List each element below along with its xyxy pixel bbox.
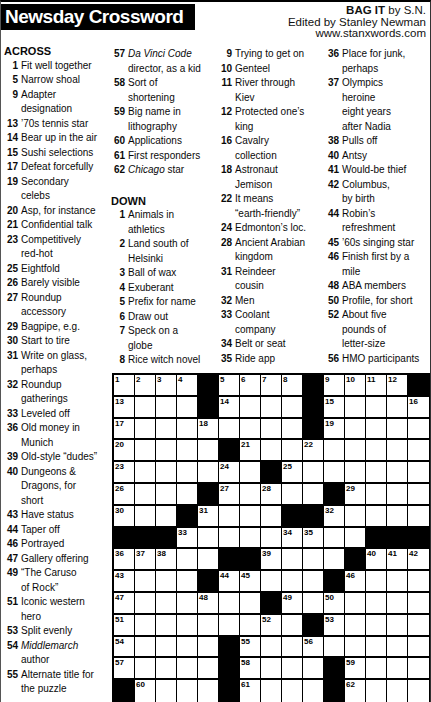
clue-number: 16 [218, 134, 232, 149]
cell-r9c2[interactable]: 37 [135, 549, 156, 571]
black-cell-r9c12 [345, 549, 366, 571]
cell-r6c12[interactable]: 29 [345, 484, 366, 506]
cell-r11c13[interactable] [366, 593, 387, 615]
cell-r7c11[interactable]: 32 [324, 506, 345, 528]
black-cell-r8c2 [135, 528, 156, 550]
cell-r5c4[interactable] [177, 462, 198, 484]
cell-r15c8[interactable] [261, 680, 282, 702]
cell-r4c8[interactable] [261, 440, 282, 462]
clue-number: 36 [4, 421, 18, 436]
cell-r14c12[interactable]: 59 [345, 658, 366, 680]
cell-r5c9[interactable]: 25 [282, 462, 303, 484]
cell-r10c3[interactable] [156, 571, 177, 593]
clue-across-54: 54Middlemarch author [4, 639, 106, 668]
cell-r6c7[interactable] [240, 484, 261, 506]
cell-r7c5[interactable]: 31 [198, 506, 219, 528]
black-cell-r9c7 [240, 549, 261, 571]
clue-across-58: 58Sort of shortening [111, 76, 214, 105]
cell-r3c1[interactable]: 17 [114, 419, 135, 441]
cell-r2c2[interactable] [135, 397, 156, 419]
cell-r8c9[interactable]: 34 [282, 528, 303, 550]
clue-across-60: 60Applications [111, 134, 214, 149]
cell-r2c15[interactable]: 16 [408, 397, 429, 419]
cell-r11c5[interactable]: 48 [198, 593, 219, 615]
cell-r4c15[interactable] [408, 440, 429, 462]
clue-number: 8 [111, 353, 125, 368]
cell-r7c14[interactable] [387, 506, 408, 528]
clue-number: 40 [325, 149, 339, 164]
cell-r12c8[interactable]: 52 [261, 615, 282, 637]
cell-r3c4[interactable] [177, 419, 198, 441]
cell-number: 46 [346, 571, 355, 580]
cell-number: 10 [346, 375, 355, 384]
clue-down-11: 11River through Kiev [218, 76, 322, 105]
cell-number: 8 [283, 375, 287, 384]
cell-r4c7[interactable]: 21 [240, 440, 261, 462]
cell-r8c4[interactable]: 33 [177, 528, 198, 550]
cell-r13c14[interactable] [387, 637, 408, 659]
cell-r8c12[interactable] [345, 528, 366, 550]
cell-r8c10[interactable]: 35 [303, 528, 324, 550]
clue-number: 4 [111, 281, 125, 296]
clue-down-42: 42Columbus, by birth [325, 178, 427, 207]
black-cell-r10c5 [198, 571, 219, 593]
cell-r13c10[interactable]: 56 [303, 637, 324, 659]
cell-r8c11[interactable] [324, 528, 345, 550]
clue-down-3: 3Ball of wax [111, 266, 214, 281]
cell-r6c15[interactable] [408, 484, 429, 506]
cell-r11c11[interactable]: 50 [324, 593, 345, 615]
clue-down-4: 4Exuberant [111, 281, 214, 296]
cell-r6c4[interactable] [177, 484, 198, 506]
cell-number: 50 [325, 593, 334, 602]
cell-r13c9[interactable] [282, 637, 303, 659]
cell-r6c10[interactable] [303, 484, 324, 506]
cell-r11c9[interactable]: 49 [282, 593, 303, 615]
cell-r13c12[interactable] [345, 637, 366, 659]
cell-r15c10[interactable] [303, 680, 324, 702]
cell-r14c9[interactable] [282, 658, 303, 680]
cell-r11c7[interactable] [240, 593, 261, 615]
black-cell-r9c6 [219, 549, 240, 571]
cell-r3c6[interactable] [219, 419, 240, 441]
cell-r3c7[interactable] [240, 419, 261, 441]
cell-number: 61 [241, 680, 250, 689]
cell-r6c6[interactable]: 27 [219, 484, 240, 506]
clue-number: 35 [218, 352, 232, 367]
cell-r3c8[interactable] [261, 419, 282, 441]
clue-number: 45 [325, 236, 339, 251]
cell-r6c3[interactable] [156, 484, 177, 506]
clue-number: 30 [4, 334, 18, 349]
cell-r6c9[interactable] [282, 484, 303, 506]
cell-r14c2[interactable] [135, 658, 156, 680]
cell-number: 30 [115, 506, 124, 515]
cell-r8c8[interactable] [261, 528, 282, 550]
cell-r14c4[interactable] [177, 658, 198, 680]
clue-number: 29 [4, 320, 18, 335]
clue-number: 1 [4, 59, 18, 74]
cell-r1c13[interactable]: 11 [366, 375, 387, 397]
cell-number: 42 [409, 549, 418, 558]
clue-down-22: 22It means “earth-friendly” [218, 192, 322, 221]
cell-number: 52 [262, 615, 271, 624]
cell-number: 3 [157, 375, 161, 384]
cell-r11c6[interactable] [219, 593, 240, 615]
clue-number: 28 [218, 236, 232, 251]
cell-r3c14[interactable] [387, 419, 408, 441]
clue-across-55: 55Alternate title for the puzzle [4, 668, 106, 697]
cell-number: 9 [325, 375, 329, 384]
cell-r7c6[interactable] [219, 506, 240, 528]
cell-r2c4[interactable] [177, 397, 198, 419]
cell-r11c15[interactable] [408, 593, 429, 615]
clue-across-23: 23Competitively red-hot [4, 233, 106, 262]
cell-r13c8[interactable] [261, 637, 282, 659]
cell-r7c1[interactable]: 30 [114, 506, 135, 528]
cell-r7c8[interactable] [261, 506, 282, 528]
cell-r4c14[interactable] [387, 440, 408, 462]
black-cell-r13c6 [219, 637, 240, 659]
cell-r5c7[interactable] [240, 462, 261, 484]
cell-r7c2[interactable] [135, 506, 156, 528]
cell-r15c14[interactable] [387, 680, 408, 702]
cell-r10c4[interactable] [177, 571, 198, 593]
cell-r5c11[interactable] [324, 462, 345, 484]
cell-r5c6[interactable]: 24 [219, 462, 240, 484]
black-cell-r15c6 [219, 680, 240, 702]
cell-r3c5[interactable]: 18 [198, 419, 219, 441]
cell-r9c14[interactable]: 41 [387, 549, 408, 571]
cell-r5c12[interactable] [345, 462, 366, 484]
cell-r5c2[interactable] [135, 462, 156, 484]
cell-r12c6[interactable] [219, 615, 240, 637]
cell-number: 35 [304, 528, 313, 537]
cell-r14c14[interactable] [387, 658, 408, 680]
clue-number: 44 [4, 523, 18, 538]
clue-number: 5 [4, 73, 18, 88]
clue-across-44: 44Taper off [4, 523, 106, 538]
cell-r4c4[interactable] [177, 440, 198, 462]
cell-r15c3[interactable] [156, 680, 177, 702]
cell-r11c2[interactable] [135, 593, 156, 615]
clue-number: 39 [4, 450, 18, 465]
cell-r11c1[interactable]: 47 [114, 593, 135, 615]
clue-number: 13 [4, 117, 18, 132]
cell-r14c13[interactable] [366, 658, 387, 680]
cell-r15c2[interactable]: 60 [135, 680, 156, 702]
cell-r12c1[interactable]: 51 [114, 615, 135, 637]
cell-r13c11[interactable] [324, 637, 345, 659]
clue-number: 15 [4, 146, 18, 161]
cell-r12c2[interactable] [135, 615, 156, 637]
cell-r1c7[interactable]: 6 [240, 375, 261, 397]
black-cell-r2c10 [303, 397, 324, 419]
cell-r11c3[interactable] [156, 593, 177, 615]
cell-r9c4[interactable] [177, 549, 198, 571]
cell-r13c3[interactable] [156, 637, 177, 659]
cell-r14c5[interactable] [198, 658, 219, 680]
cell-r3c9[interactable] [282, 419, 303, 441]
cell-r10c2[interactable] [135, 571, 156, 593]
cell-r4c9[interactable] [282, 440, 303, 462]
cell-number: 11 [367, 375, 375, 384]
clue-column-4: 36Place for junk, perhaps37Olympics hero… [325, 47, 427, 366]
cell-r3c12[interactable] [345, 419, 366, 441]
cell-r14c3[interactable] [156, 658, 177, 680]
clue-across-27: 27Roundup accessory [4, 291, 106, 320]
cell-r5c15[interactable] [408, 462, 429, 484]
clue-down-40: 40Antsy [325, 149, 427, 164]
black-cell-r8c1 [114, 528, 135, 550]
cell-r7c3[interactable] [156, 506, 177, 528]
cell-r15c12[interactable]: 62 [345, 680, 366, 702]
cell-r10c13[interactable] [366, 571, 387, 593]
cell-r9c1[interactable]: 36 [114, 549, 135, 571]
clue-number: 1 [111, 208, 125, 223]
cell-r15c9[interactable] [282, 680, 303, 702]
cell-r4c2[interactable] [135, 440, 156, 462]
cell-r2c9[interactable] [282, 397, 303, 419]
cell-r2c11[interactable]: 15 [324, 397, 345, 419]
cell-r6c1[interactable]: 26 [114, 484, 135, 506]
cell-r6c8[interactable]: 28 [261, 484, 282, 506]
cell-r15c4[interactable] [177, 680, 198, 702]
cell-r9c11[interactable] [324, 549, 345, 571]
clue-number: 31 [4, 349, 18, 364]
cell-r4c10[interactable]: 22 [303, 440, 324, 462]
cell-r6c2[interactable] [135, 484, 156, 506]
cell-r13c5[interactable] [198, 637, 219, 659]
clue-number: 51 [4, 595, 18, 610]
across-clues-part2: 57Da Vinci Code director, as a kid58Sort… [111, 47, 214, 178]
cell-r3c2[interactable] [135, 419, 156, 441]
cell-r9c9[interactable] [282, 549, 303, 571]
puzzle-title: BAG IT [346, 4, 385, 16]
cell-r1c3[interactable]: 3 [156, 375, 177, 397]
cell-r2c7[interactable] [240, 397, 261, 419]
cell-r2c1[interactable]: 13 [114, 397, 135, 419]
cell-r15c7[interactable]: 61 [240, 680, 261, 702]
cell-number: 22 [304, 440, 313, 449]
cell-r10c10[interactable] [303, 571, 324, 593]
cell-r8c5[interactable] [198, 528, 219, 550]
cell-r15c13[interactable] [366, 680, 387, 702]
cell-r9c10[interactable] [303, 549, 324, 571]
cell-r14c15[interactable] [408, 658, 429, 680]
cell-r12c12[interactable] [345, 615, 366, 637]
cell-r5c5[interactable] [198, 462, 219, 484]
newsday-crossword-page: Newsday Crossword BAG IT by S.N. Edited … [0, 0, 431, 702]
cell-r7c7[interactable] [240, 506, 261, 528]
cell-number: 59 [346, 658, 355, 667]
clue-across-9: 9Adapter designation [4, 88, 106, 117]
cell-r1c11[interactable]: 9 [324, 375, 345, 397]
cell-number: 7 [262, 375, 266, 384]
cell-r8c7[interactable] [240, 528, 261, 550]
cell-r14c8[interactable] [261, 658, 282, 680]
clue-down-24: 24Edmonton’s loc. [218, 221, 322, 236]
cell-r2c6[interactable]: 14 [219, 397, 240, 419]
cell-r13c2[interactable] [135, 637, 156, 659]
cell-r3c3[interactable] [156, 419, 177, 441]
down-heading: DOWN [111, 194, 214, 209]
black-cell-r10c11 [324, 571, 345, 593]
cell-r11c14[interactable] [387, 593, 408, 615]
cell-number: 14 [220, 397, 229, 406]
cell-r11c10[interactable] [303, 593, 324, 615]
black-cell-r12c10 [303, 615, 324, 637]
cell-r7c13[interactable] [366, 506, 387, 528]
cell-number: 16 [409, 397, 418, 406]
clue-number: 60 [111, 134, 125, 149]
cell-r12c7[interactable] [240, 615, 261, 637]
clue-number: 61 [111, 149, 125, 164]
down-clues-part1: 1Animals in athletics2Land south of Hels… [111, 208, 214, 368]
cell-r9c13[interactable]: 40 [366, 549, 387, 571]
cell-r9c5[interactable] [198, 549, 219, 571]
cell-r2c8[interactable] [261, 397, 282, 419]
cell-number: 47 [115, 593, 124, 602]
cell-r10c15[interactable] [408, 571, 429, 593]
cell-r4c12[interactable] [345, 440, 366, 462]
cell-r4c3[interactable] [156, 440, 177, 462]
cell-r1c14[interactable]: 12 [387, 375, 408, 397]
cell-r10c12[interactable]: 46 [345, 571, 366, 593]
black-cell-r2c5 [198, 397, 219, 419]
cell-r11c12[interactable] [345, 593, 366, 615]
clue-down-32: 32Men [218, 294, 322, 309]
cell-r3c15[interactable] [408, 419, 429, 441]
cell-r1c2[interactable]: 2 [135, 375, 156, 397]
cell-r1c9[interactable]: 8 [282, 375, 303, 397]
cell-r3c11[interactable]: 19 [324, 419, 345, 441]
clue-number: 18 [218, 163, 232, 178]
cell-r1c6[interactable]: 5 [219, 375, 240, 397]
cell-r9c8[interactable]: 39 [261, 549, 282, 571]
cell-r1c8[interactable]: 7 [261, 375, 282, 397]
cell-r12c4[interactable] [177, 615, 198, 637]
cell-r5c1[interactable]: 23 [114, 462, 135, 484]
cell-r7c12[interactable] [345, 506, 366, 528]
cell-r3c13[interactable] [366, 419, 387, 441]
clue-number: 21 [4, 218, 18, 233]
cell-r7c15[interactable] [408, 506, 429, 528]
cell-r4c13[interactable] [366, 440, 387, 462]
clue-across-31: 31Write on glass, perhaps [4, 349, 106, 378]
cell-r5c3[interactable] [156, 462, 177, 484]
clue-across-59: 59Big name in lithography [111, 105, 214, 134]
cell-r12c11[interactable]: 53 [324, 615, 345, 637]
cell-r4c1[interactable]: 20 [114, 440, 135, 462]
cell-r14c7[interactable]: 58 [240, 658, 261, 680]
cell-r1c1[interactable]: 1 [114, 375, 135, 397]
black-cell-r15c11 [324, 680, 345, 702]
cell-number: 13 [115, 397, 124, 406]
crossword-grid: 1234567891011121314151617181920212223242… [112, 373, 431, 702]
cell-r12c15[interactable] [408, 615, 429, 637]
cell-r12c14[interactable] [387, 615, 408, 637]
cell-r13c15[interactable] [408, 637, 429, 659]
cell-r2c14[interactable] [387, 397, 408, 419]
black-cell-r8c3 [156, 528, 177, 550]
cell-r13c13[interactable] [366, 637, 387, 659]
cell-r15c15[interactable] [408, 680, 429, 702]
black-cell-r14c6 [219, 658, 240, 680]
cell-r14c10[interactable] [303, 658, 324, 680]
clue-number: 11 [218, 76, 232, 91]
cell-r13c4[interactable] [177, 637, 198, 659]
cell-r2c12[interactable] [345, 397, 366, 419]
cell-r11c4[interactable] [177, 593, 198, 615]
cell-number: 28 [262, 484, 271, 493]
cell-r10c6[interactable]: 44 [219, 571, 240, 593]
clue-across-57: 57Da Vinci Code director, as a kid [111, 47, 214, 76]
cell-r13c7[interactable]: 55 [240, 637, 261, 659]
clue-number: 25 [4, 262, 18, 277]
clue-number: 46 [325, 250, 339, 265]
website-text: www.stanxwords.com [288, 28, 426, 40]
cell-r6c13[interactable] [366, 484, 387, 506]
cell-r10c7[interactable]: 45 [240, 571, 261, 593]
clue-across-14: 14Bear up in the air [4, 131, 106, 146]
cell-r5c14[interactable] [387, 462, 408, 484]
clue-across-21: 21Confidential talk [4, 218, 106, 233]
cell-r2c13[interactable] [366, 397, 387, 419]
cell-r5c13[interactable] [366, 462, 387, 484]
black-cell-r7c4 [177, 506, 198, 528]
cell-r10c8[interactable] [261, 571, 282, 593]
clue-number: 6 [111, 310, 125, 325]
cell-r12c5[interactable] [198, 615, 219, 637]
clue-across-20: 20Asp, for instance [4, 204, 106, 219]
cell-r15c5[interactable] [198, 680, 219, 702]
clue-number: 9 [218, 47, 232, 62]
cell-r13c1[interactable]: 54 [114, 637, 135, 659]
cell-r6c14[interactable] [387, 484, 408, 506]
cell-number: 15 [325, 397, 334, 406]
cell-r1c12[interactable]: 10 [345, 375, 366, 397]
cell-r14c1[interactable]: 57 [114, 658, 135, 680]
cell-r8c6[interactable] [219, 528, 240, 550]
clue-down-45: 45’60s singing star [325, 236, 427, 251]
clue-down-41: 41Would-be thief [325, 163, 427, 178]
clue-down-9: 9Trying to get on [218, 47, 322, 62]
cell-r4c5[interactable] [198, 440, 219, 462]
clue-number: 34 [218, 337, 232, 352]
cell-r5c10[interactable] [303, 462, 324, 484]
cell-r10c1[interactable]: 43 [114, 571, 135, 593]
cell-r12c13[interactable] [366, 615, 387, 637]
cell-r9c3[interactable]: 38 [156, 549, 177, 571]
cell-r12c3[interactable] [156, 615, 177, 637]
cell-number: 53 [325, 615, 334, 624]
cell-r10c14[interactable] [387, 571, 408, 593]
clue-across-33: 33Leveled off [4, 407, 106, 422]
cell-r9c15[interactable]: 42 [408, 549, 429, 571]
clue-number: 40 [4, 465, 18, 480]
clue-number: 44 [325, 207, 339, 222]
cell-r2c3[interactable] [156, 397, 177, 419]
clue-across-49: 49“The Caruso of Rock” [4, 566, 106, 595]
cell-number: 2 [136, 375, 140, 384]
clue-down-6: 6Draw out [111, 310, 214, 325]
cell-r4c11[interactable] [324, 440, 345, 462]
cell-r1c4[interactable]: 4 [177, 375, 198, 397]
clue-across-43: 43Have status [4, 508, 106, 523]
cell-r12c9[interactable] [282, 615, 303, 637]
cell-r10c9[interactable] [282, 571, 303, 593]
